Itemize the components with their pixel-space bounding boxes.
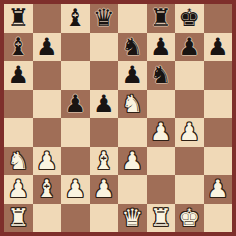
square-f7[interactable]: ♟ bbox=[147, 33, 176, 62]
square-b7[interactable]: ♟ bbox=[33, 33, 62, 62]
square-h6[interactable] bbox=[204, 61, 233, 90]
square-a8[interactable]: ♜ bbox=[4, 4, 33, 33]
square-g7[interactable]: ♟ bbox=[175, 33, 204, 62]
square-h2[interactable]: ♟ bbox=[204, 175, 233, 204]
square-g8[interactable]: ♚ bbox=[175, 4, 204, 33]
square-a2[interactable]: ♟ bbox=[4, 175, 33, 204]
piece-black-rook[interactable]: ♜ bbox=[7, 6, 29, 30]
piece-white-pawn[interactable]: ♟ bbox=[36, 149, 58, 173]
square-b5[interactable] bbox=[33, 90, 62, 119]
piece-white-queen[interactable]: ♛ bbox=[121, 206, 143, 230]
square-b3[interactable]: ♟ bbox=[33, 147, 62, 176]
square-f5[interactable] bbox=[147, 90, 176, 119]
square-b1[interactable] bbox=[33, 204, 62, 233]
square-c6[interactable] bbox=[61, 61, 90, 90]
piece-black-rook[interactable]: ♜ bbox=[150, 6, 172, 30]
piece-black-pawn[interactable]: ♟ bbox=[64, 92, 86, 116]
piece-white-pawn[interactable]: ♟ bbox=[207, 177, 229, 201]
square-b4[interactable] bbox=[33, 118, 62, 147]
square-c7[interactable] bbox=[61, 33, 90, 62]
square-a5[interactable] bbox=[4, 90, 33, 119]
square-f6[interactable]: ♞ bbox=[147, 61, 176, 90]
piece-black-knight[interactable]: ♞ bbox=[150, 63, 172, 87]
square-h3[interactable] bbox=[204, 147, 233, 176]
piece-white-pawn[interactable]: ♟ bbox=[121, 149, 143, 173]
square-a7[interactable]: ♝ bbox=[4, 33, 33, 62]
square-h7[interactable]: ♟ bbox=[204, 33, 233, 62]
piece-white-king[interactable]: ♚ bbox=[178, 206, 200, 230]
piece-white-bishop[interactable]: ♝ bbox=[36, 177, 58, 201]
piece-black-pawn[interactable]: ♟ bbox=[7, 63, 29, 87]
square-h4[interactable] bbox=[204, 118, 233, 147]
square-a6[interactable]: ♟ bbox=[4, 61, 33, 90]
piece-black-king[interactable]: ♚ bbox=[178, 6, 200, 30]
square-c4[interactable] bbox=[61, 118, 90, 147]
square-g1[interactable]: ♚ bbox=[175, 204, 204, 233]
piece-white-pawn[interactable]: ♟ bbox=[93, 177, 115, 201]
square-e8[interactable] bbox=[118, 4, 147, 33]
square-g5[interactable] bbox=[175, 90, 204, 119]
piece-black-bishop[interactable]: ♝ bbox=[64, 6, 86, 30]
square-e4[interactable] bbox=[118, 118, 147, 147]
square-h1[interactable] bbox=[204, 204, 233, 233]
chess-board: ♜♝♛♜♚♝♟♞♟♟♟♟♟♞♟♟♞♟♟♞♟♝♟♟♝♟♟♟♜♛♜♚ bbox=[4, 4, 232, 232]
piece-black-pawn[interactable]: ♟ bbox=[207, 35, 229, 59]
piece-black-pawn[interactable]: ♟ bbox=[178, 35, 200, 59]
square-d6[interactable] bbox=[90, 61, 119, 90]
square-g6[interactable] bbox=[175, 61, 204, 90]
square-d1[interactable] bbox=[90, 204, 119, 233]
square-e5[interactable]: ♞ bbox=[118, 90, 147, 119]
piece-white-bishop[interactable]: ♝ bbox=[93, 149, 115, 173]
square-e2[interactable] bbox=[118, 175, 147, 204]
square-a3[interactable]: ♞ bbox=[4, 147, 33, 176]
square-b6[interactable] bbox=[33, 61, 62, 90]
square-f1[interactable]: ♜ bbox=[147, 204, 176, 233]
square-g4[interactable]: ♟ bbox=[175, 118, 204, 147]
square-d7[interactable] bbox=[90, 33, 119, 62]
square-e1[interactable]: ♛ bbox=[118, 204, 147, 233]
square-h5[interactable] bbox=[204, 90, 233, 119]
piece-white-pawn[interactable]: ♟ bbox=[178, 120, 200, 144]
square-d2[interactable]: ♟ bbox=[90, 175, 119, 204]
piece-black-bishop[interactable]: ♝ bbox=[7, 35, 29, 59]
square-f2[interactable] bbox=[147, 175, 176, 204]
square-b8[interactable] bbox=[33, 4, 62, 33]
square-d4[interactable] bbox=[90, 118, 119, 147]
square-f8[interactable]: ♜ bbox=[147, 4, 176, 33]
square-a1[interactable]: ♜ bbox=[4, 204, 33, 233]
square-e3[interactable]: ♟ bbox=[118, 147, 147, 176]
square-e6[interactable]: ♟ bbox=[118, 61, 147, 90]
square-d3[interactable]: ♝ bbox=[90, 147, 119, 176]
square-d5[interactable]: ♟ bbox=[90, 90, 119, 119]
piece-white-rook[interactable]: ♜ bbox=[150, 206, 172, 230]
piece-white-pawn[interactable]: ♟ bbox=[64, 177, 86, 201]
piece-black-queen[interactable]: ♛ bbox=[93, 6, 115, 30]
piece-black-pawn[interactable]: ♟ bbox=[93, 92, 115, 116]
square-c8[interactable]: ♝ bbox=[61, 4, 90, 33]
piece-white-knight[interactable]: ♞ bbox=[121, 92, 143, 116]
square-c1[interactable] bbox=[61, 204, 90, 233]
piece-white-pawn[interactable]: ♟ bbox=[150, 120, 172, 144]
square-g2[interactable] bbox=[175, 175, 204, 204]
piece-black-pawn[interactable]: ♟ bbox=[150, 35, 172, 59]
square-a4[interactable] bbox=[4, 118, 33, 147]
square-c2[interactable]: ♟ bbox=[61, 175, 90, 204]
square-b2[interactable]: ♝ bbox=[33, 175, 62, 204]
piece-white-pawn[interactable]: ♟ bbox=[7, 177, 29, 201]
square-g3[interactable] bbox=[175, 147, 204, 176]
piece-black-pawn[interactable]: ♟ bbox=[121, 63, 143, 87]
square-f3[interactable] bbox=[147, 147, 176, 176]
piece-white-rook[interactable]: ♜ bbox=[7, 206, 29, 230]
piece-black-pawn[interactable]: ♟ bbox=[36, 35, 58, 59]
square-d8[interactable]: ♛ bbox=[90, 4, 119, 33]
piece-black-knight[interactable]: ♞ bbox=[121, 35, 143, 59]
piece-white-knight[interactable]: ♞ bbox=[7, 149, 29, 173]
square-h8[interactable] bbox=[204, 4, 233, 33]
square-c5[interactable]: ♟ bbox=[61, 90, 90, 119]
square-e7[interactable]: ♞ bbox=[118, 33, 147, 62]
square-c3[interactable] bbox=[61, 147, 90, 176]
square-f4[interactable]: ♟ bbox=[147, 118, 176, 147]
chess-board-frame: ♜♝♛♜♚♝♟♞♟♟♟♟♟♞♟♟♞♟♟♞♟♝♟♟♝♟♟♟♜♛♜♚ bbox=[0, 0, 236, 236]
